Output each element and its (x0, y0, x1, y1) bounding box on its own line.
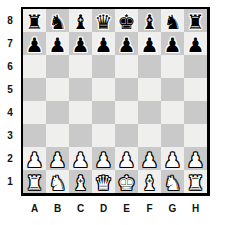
piece-white-king[interactable]: ♚ (118, 172, 136, 194)
rank-label-5: 5 (0, 78, 20, 101)
square-d6[interactable] (92, 55, 115, 78)
square-b1[interactable]: ♞ (46, 170, 69, 193)
square-g1[interactable]: ♞ (161, 170, 184, 193)
square-d8[interactable]: ♛ (92, 9, 115, 32)
piece-black-king[interactable]: ♚ (118, 11, 136, 33)
square-a3[interactable] (23, 124, 46, 147)
rank-label-8: 8 (0, 9, 20, 32)
square-e2[interactable]: ♟ (115, 147, 138, 170)
square-a6[interactable] (23, 55, 46, 78)
piece-black-pawn[interactable]: ♟ (72, 34, 90, 56)
square-a4[interactable] (23, 101, 46, 124)
square-h4[interactable] (184, 101, 207, 124)
square-f2[interactable]: ♟ (138, 147, 161, 170)
square-a5[interactable] (23, 78, 46, 101)
rank-label-7: 7 (0, 32, 20, 55)
piece-white-pawn[interactable]: ♟ (141, 149, 159, 171)
file-label-a: A (23, 200, 46, 216)
square-d5[interactable] (92, 78, 115, 101)
square-f6[interactable] (138, 55, 161, 78)
square-h8[interactable]: ♜ (184, 9, 207, 32)
square-g6[interactable] (161, 55, 184, 78)
file-label-c: C (69, 200, 92, 216)
piece-white-bishop[interactable]: ♝ (141, 172, 159, 194)
square-c4[interactable] (69, 101, 92, 124)
square-d3[interactable] (92, 124, 115, 147)
piece-black-knight[interactable]: ♞ (49, 11, 67, 33)
square-g5[interactable] (161, 78, 184, 101)
square-h6[interactable] (184, 55, 207, 78)
square-d7[interactable]: ♟ (92, 32, 115, 55)
chess-app: 87654321 ♜♞♝♛♚♝♞♜♟♟♟♟♟♟♟♟♟♟♟♟♟♟♟♟♜♞♝♛♚♝♞… (0, 0, 225, 225)
square-b5[interactable] (46, 78, 69, 101)
piece-white-queen[interactable]: ♛ (95, 172, 113, 194)
square-d2[interactable]: ♟ (92, 147, 115, 170)
square-h1[interactable]: ♜ (184, 170, 207, 193)
piece-black-rook[interactable]: ♜ (187, 11, 205, 33)
piece-black-pawn[interactable]: ♟ (141, 34, 159, 56)
chess-board[interactable]: ♜♞♝♛♚♝♞♜♟♟♟♟♟♟♟♟♟♟♟♟♟♟♟♟♜♞♝♛♚♝♞♜ (21, 7, 210, 196)
piece-white-pawn[interactable]: ♟ (95, 149, 113, 171)
piece-white-pawn[interactable]: ♟ (72, 149, 90, 171)
square-e6[interactable] (115, 55, 138, 78)
square-f8[interactable]: ♝ (138, 9, 161, 32)
square-g8[interactable]: ♞ (161, 9, 184, 32)
square-c3[interactable] (69, 124, 92, 147)
square-e7[interactable]: ♟ (115, 32, 138, 55)
square-h3[interactable] (184, 124, 207, 147)
square-g4[interactable] (161, 101, 184, 124)
file-label-d: D (92, 200, 115, 216)
rank-label-3: 3 (0, 124, 20, 147)
piece-black-bishop[interactable]: ♝ (141, 11, 159, 33)
rank-label-1: 1 (0, 170, 20, 193)
square-c5[interactable] (69, 78, 92, 101)
square-a7[interactable]: ♟ (23, 32, 46, 55)
square-e4[interactable] (115, 101, 138, 124)
square-g7[interactable]: ♟ (161, 32, 184, 55)
square-c2[interactable]: ♟ (69, 147, 92, 170)
square-h5[interactable] (184, 78, 207, 101)
piece-black-pawn[interactable]: ♟ (187, 34, 205, 56)
piece-black-pawn[interactable]: ♟ (164, 34, 182, 56)
file-label-e: E (115, 200, 138, 216)
piece-black-bishop[interactable]: ♝ (72, 11, 90, 33)
square-a8[interactable]: ♜ (23, 9, 46, 32)
square-g3[interactable] (161, 124, 184, 147)
square-f3[interactable] (138, 124, 161, 147)
square-f4[interactable] (138, 101, 161, 124)
piece-white-rook[interactable]: ♜ (187, 172, 205, 194)
square-g2[interactable]: ♟ (161, 147, 184, 170)
piece-black-rook[interactable]: ♜ (26, 11, 44, 33)
square-b7[interactable]: ♟ (46, 32, 69, 55)
file-label-f: F (138, 200, 161, 216)
square-d1[interactable]: ♛ (92, 170, 115, 193)
piece-white-rook[interactable]: ♜ (26, 172, 44, 194)
piece-black-knight[interactable]: ♞ (164, 11, 182, 33)
piece-black-pawn[interactable]: ♟ (95, 34, 113, 56)
square-a1[interactable]: ♜ (23, 170, 46, 193)
piece-black-pawn[interactable]: ♟ (118, 34, 136, 56)
square-b6[interactable] (46, 55, 69, 78)
square-d4[interactable] (92, 101, 115, 124)
file-label-b: B (46, 200, 69, 216)
square-b8[interactable]: ♞ (46, 9, 69, 32)
piece-white-pawn[interactable]: ♟ (187, 149, 205, 171)
square-e5[interactable] (115, 78, 138, 101)
square-e3[interactable] (115, 124, 138, 147)
square-b4[interactable] (46, 101, 69, 124)
square-a2[interactable]: ♟ (23, 147, 46, 170)
square-b2[interactable]: ♟ (46, 147, 69, 170)
piece-white-pawn[interactable]: ♟ (118, 149, 136, 171)
piece-white-knight[interactable]: ♞ (49, 172, 67, 194)
file-labels: ABCDEFGH (23, 200, 207, 216)
piece-white-knight[interactable]: ♞ (164, 172, 182, 194)
square-c8[interactable]: ♝ (69, 9, 92, 32)
piece-white-bishop[interactable]: ♝ (72, 172, 90, 194)
piece-white-pawn[interactable]: ♟ (26, 149, 44, 171)
square-f5[interactable] (138, 78, 161, 101)
file-label-h: H (184, 200, 207, 216)
rank-labels: 87654321 (0, 9, 20, 193)
piece-white-pawn[interactable]: ♟ (164, 149, 182, 171)
square-c6[interactable] (69, 55, 92, 78)
piece-black-queen[interactable]: ♛ (95, 11, 113, 33)
square-h2[interactable]: ♟ (184, 147, 207, 170)
square-e8[interactable]: ♚ (115, 9, 138, 32)
square-h7[interactable]: ♟ (184, 32, 207, 55)
square-f7[interactable]: ♟ (138, 32, 161, 55)
rank-label-2: 2 (0, 147, 20, 170)
piece-black-pawn[interactable]: ♟ (49, 34, 67, 56)
rank-label-6: 6 (0, 55, 20, 78)
square-c7[interactable]: ♟ (69, 32, 92, 55)
piece-black-pawn[interactable]: ♟ (26, 34, 44, 56)
square-b3[interactable] (46, 124, 69, 147)
piece-white-pawn[interactable]: ♟ (49, 149, 67, 171)
rank-label-4: 4 (0, 101, 20, 124)
square-f1[interactable]: ♝ (138, 170, 161, 193)
square-e1[interactable]: ♚ (115, 170, 138, 193)
square-c1[interactable]: ♝ (69, 170, 92, 193)
file-label-g: G (161, 200, 184, 216)
